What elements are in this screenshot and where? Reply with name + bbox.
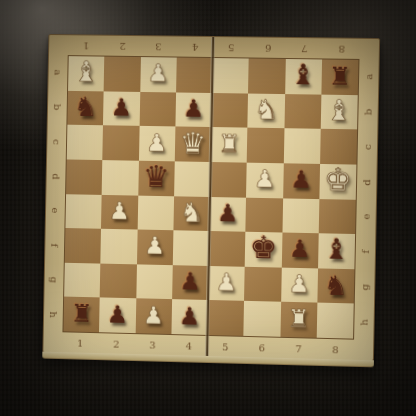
piece-black-P-e5[interactable]: ♟ — [217, 201, 239, 225]
rank-label-top-5: 5 — [213, 37, 250, 57]
square-f1[interactable] — [65, 228, 101, 263]
file-label-right-d: d — [357, 164, 377, 199]
square-f6[interactable]: ♚ — [245, 232, 282, 267]
piece-black-N-g8[interactable]: ♞ — [323, 271, 348, 299]
square-g6[interactable] — [244, 267, 281, 303]
frame-corner — [43, 332, 62, 352]
square-g1[interactable] — [64, 263, 100, 298]
rank-label-top-7: 7 — [286, 38, 323, 59]
square-b3[interactable] — [139, 92, 176, 127]
piece-white-R-c5[interactable]: ♜ — [218, 131, 241, 156]
piece-black-R-h1[interactable]: ♜ — [70, 301, 93, 326]
square-d1[interactable] — [66, 159, 102, 194]
file-label-right-c: c — [357, 129, 377, 164]
piece-black-P-b4[interactable]: ♟ — [183, 96, 205, 120]
square-g7[interactable]: ♟ — [281, 267, 318, 303]
piece-black-K-f6[interactable]: ♚ — [249, 232, 277, 264]
file-label-left-d: d — [46, 159, 65, 194]
piece-black-P-g4[interactable]: ♟ — [179, 269, 201, 293]
piece-black-N-b1[interactable]: ♞ — [73, 93, 97, 120]
piece-black-B-f8[interactable]: ♝ — [324, 235, 350, 264]
square-c5[interactable]: ♜ — [211, 127, 248, 162]
frame-corner — [354, 340, 374, 361]
square-e7[interactable] — [282, 198, 319, 233]
square-c6[interactable] — [247, 128, 284, 163]
square-h3[interactable]: ♟ — [135, 299, 172, 334]
piece-white-N-b6[interactable]: ♞ — [254, 96, 279, 123]
piece-white-B-b8[interactable]: ♝ — [326, 96, 352, 125]
square-d6[interactable]: ♟ — [246, 163, 283, 198]
square-e2[interactable]: ♟ — [101, 194, 138, 229]
square-d3[interactable]: ♛ — [138, 161, 175, 196]
piece-white-P-g7[interactable]: ♟ — [288, 272, 310, 297]
square-d5[interactable] — [210, 162, 247, 197]
square-g4[interactable]: ♟ — [172, 265, 209, 300]
piece-white-P-d6[interactable]: ♟ — [254, 167, 276, 191]
piece-white-Q-c4[interactable]: ♛ — [179, 128, 206, 158]
square-h8[interactable] — [316, 303, 353, 339]
file-label-left-f: f — [45, 228, 64, 263]
square-f5[interactable] — [209, 231, 246, 266]
rank-label-bottom-6: 6 — [243, 337, 280, 358]
piece-black-P-d7[interactable]: ♟ — [290, 167, 312, 191]
piece-white-P-c3[interactable]: ♟ — [146, 130, 168, 154]
piece-white-K-d8[interactable]: ♚ — [323, 164, 352, 196]
rank-label-bottom-1: 1 — [62, 332, 98, 353]
square-g8[interactable]: ♞ — [317, 268, 354, 304]
square-d4[interactable] — [174, 161, 211, 196]
piece-white-R-h7[interactable]: ♜ — [287, 306, 310, 332]
square-c7[interactable] — [283, 128, 320, 163]
square-f8[interactable]: ♝ — [318, 233, 355, 269]
piece-white-P-h3[interactable]: ♟ — [143, 303, 165, 327]
square-a3[interactable]: ♟ — [140, 57, 177, 92]
rank-label-top-3: 3 — [140, 36, 177, 56]
rank-label-bottom-5: 5 — [207, 336, 244, 357]
piece-white-B-a1[interactable]: ♝ — [74, 58, 99, 86]
square-a1[interactable]: ♝ — [68, 56, 104, 91]
frame-corner — [49, 35, 68, 55]
file-label-left-e: e — [46, 193, 65, 228]
piece-black-P-h2[interactable]: ♟ — [107, 302, 129, 326]
piece-black-P-b2[interactable]: ♟ — [111, 95, 133, 119]
file-label-left-c: c — [47, 124, 66, 159]
square-b7[interactable] — [284, 94, 321, 129]
square-a8[interactable]: ♜ — [321, 59, 358, 94]
square-h5[interactable] — [207, 300, 244, 336]
square-h1[interactable]: ♜ — [63, 297, 99, 332]
piece-white-N-e4[interactable]: ♞ — [179, 198, 204, 225]
piece-white-P-a3[interactable]: ♟ — [147, 61, 169, 85]
square-a2[interactable] — [104, 57, 141, 92]
square-e8[interactable] — [318, 199, 355, 235]
file-label-left-b: b — [48, 89, 67, 124]
square-a4[interactable] — [176, 58, 213, 93]
square-e1[interactable] — [65, 194, 101, 229]
square-g5[interactable]: ♟ — [208, 266, 245, 301]
square-b1[interactable]: ♞ — [67, 91, 103, 126]
rank-label-bottom-7: 7 — [280, 338, 317, 359]
piece-black-P-h4[interactable]: ♟ — [179, 304, 201, 328]
rank-label-bottom-3: 3 — [134, 334, 171, 355]
square-c3[interactable]: ♟ — [138, 126, 175, 161]
file-label-right-a: a — [359, 59, 379, 94]
photo-background: 12345678a♝♟♝♜♞♟♟♞♝♟♛♜♛♟♟♚♟♞♟♟♚♟♝♟♟♟♞♜♟♟♟… — [0, 0, 416, 416]
file-label-left-g: g — [44, 263, 63, 298]
piece-black-P-f7[interactable]: ♟ — [289, 237, 311, 262]
square-b2[interactable]: ♟ — [103, 91, 140, 126]
board-grid: ♝♟♝♜♞♟♟♞♝♟♛♜♛♟♟♚♟♞♟♟♚♟♝♟♟♟♞♜♟♟♟♜ — [62, 55, 359, 340]
file-label-right-e: e — [356, 199, 376, 234]
file-label-left-a: a — [48, 55, 67, 90]
piece-white-P-e2[interactable]: ♟ — [109, 199, 131, 223]
square-g2[interactable] — [100, 263, 137, 298]
chessboard: 12345678a♝♟♝♜♞♟♟♞♝♟♛♜♛♟♟♚♟♞♟♟♚♟♝♟♟♟♞♜♟♟♟… — [42, 34, 380, 361]
rank-label-top-6: 6 — [249, 37, 286, 58]
square-h2[interactable]: ♟ — [99, 298, 136, 333]
rank-label-top-2: 2 — [104, 36, 141, 56]
square-e5[interactable]: ♟ — [209, 197, 246, 232]
square-c8[interactable] — [320, 129, 357, 164]
square-f3[interactable]: ♟ — [136, 230, 173, 265]
file-label-right-h: h — [354, 305, 374, 341]
square-d7[interactable]: ♟ — [283, 163, 320, 198]
rank-label-bottom-2: 2 — [98, 333, 135, 354]
square-h4[interactable]: ♟ — [171, 299, 208, 334]
frame-corner — [359, 39, 379, 59]
square-h7[interactable]: ♜ — [280, 302, 317, 338]
square-e4[interactable]: ♞ — [173, 196, 210, 231]
piece-black-B-a7[interactable]: ♝ — [290, 61, 316, 89]
square-b5[interactable] — [211, 93, 248, 128]
square-g3[interactable] — [136, 264, 173, 299]
piece-black-R-a8[interactable]: ♜ — [328, 63, 351, 88]
piece-black-Q-d3[interactable]: ♛ — [143, 161, 170, 191]
square-b6[interactable]: ♞ — [248, 93, 285, 128]
file-label-left-h: h — [44, 297, 63, 332]
square-d2[interactable] — [102, 160, 139, 195]
rank-label-bottom-8: 8 — [317, 339, 354, 360]
square-f4[interactable] — [173, 230, 210, 265]
piece-white-P-g5[interactable]: ♟ — [215, 270, 237, 295]
square-c2[interactable] — [103, 126, 140, 161]
square-e3[interactable] — [137, 195, 174, 230]
square-a7[interactable]: ♝ — [285, 59, 322, 94]
square-b4[interactable]: ♟ — [175, 92, 212, 127]
square-c4[interactable]: ♛ — [175, 127, 212, 162]
square-f7[interactable]: ♟ — [281, 233, 318, 269]
square-h6[interactable] — [244, 301, 281, 337]
square-c1[interactable] — [67, 125, 103, 160]
square-e6[interactable] — [246, 197, 283, 232]
rank-label-top-1: 1 — [68, 35, 104, 55]
piece-white-P-f3[interactable]: ♟ — [144, 234, 166, 258]
rank-label-top-4: 4 — [176, 37, 213, 57]
square-f2[interactable] — [101, 229, 138, 264]
square-b8[interactable]: ♝ — [320, 94, 357, 129]
rank-label-top-8: 8 — [323, 38, 360, 59]
file-label-right-f: f — [355, 234, 375, 270]
square-d8[interactable]: ♚ — [319, 164, 356, 199]
square-a5[interactable] — [212, 58, 249, 93]
square-a6[interactable] — [248, 58, 285, 93]
file-label-right-g: g — [355, 270, 375, 306]
rank-label-bottom-4: 4 — [171, 335, 208, 356]
file-label-right-b: b — [358, 94, 378, 129]
